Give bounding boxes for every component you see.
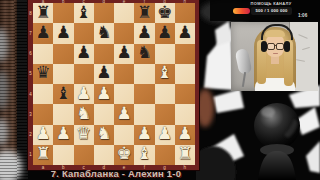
square-c5[interactable] — [74, 64, 94, 84]
white-bishop: ♝ — [157, 64, 172, 81]
black-queen: ♛ — [36, 64, 51, 81]
square-a3[interactable] — [33, 104, 53, 124]
microphone-stand — [242, 72, 246, 87]
square-a1[interactable]: ♜ — [33, 145, 53, 165]
white-pawn: ♟ — [157, 125, 172, 142]
square-b4[interactable]: ♝ — [53, 84, 73, 104]
chess-board: abcdefgh 87654321 ♜♝♜♚♟♟♞♟♟♟♟♟♞♛♟♝♝♟♟♞♟♟… — [28, 0, 199, 170]
square-h7[interactable]: ♟ — [175, 23, 195, 43]
webcam — [231, 22, 318, 91]
square-e8[interactable] — [114, 3, 134, 23]
square-a2[interactable]: ♟ — [33, 125, 53, 145]
white-pawn: ♟ — [177, 125, 192, 142]
square-b5[interactable] — [53, 64, 73, 84]
square-h6[interactable] — [175, 44, 195, 64]
square-d1[interactable] — [94, 145, 114, 165]
white-knight: ♞ — [76, 105, 91, 122]
square-g3[interactable] — [155, 104, 175, 124]
square-g8[interactable]: ♚ — [155, 3, 175, 23]
black-knight: ♞ — [137, 44, 152, 61]
stream-frame: abcdefgh 87654321 ♜♝♜♚♟♟♞♟♟♟♟♟♞♛♟♝♝♟♟♞♟♟… — [0, 0, 320, 180]
black-pawn: ♟ — [56, 24, 71, 41]
black-pawn: ♟ — [137, 24, 152, 41]
square-g1[interactable] — [155, 145, 175, 165]
white-rook: ♜ — [36, 145, 51, 162]
white-pawn: ♟ — [117, 105, 132, 122]
donation-amount: 500 / 1 000 000 — [251, 7, 292, 16]
square-e7[interactable] — [114, 23, 134, 43]
white-pawn: ♟ — [137, 125, 152, 142]
square-g4[interactable] — [155, 84, 175, 104]
square-c2[interactable]: ♛ — [74, 125, 94, 145]
left-wallpaper — [0, 0, 28, 180]
square-g2[interactable]: ♟ — [155, 125, 175, 145]
square-f5[interactable] — [134, 64, 154, 84]
black-bishop: ♝ — [76, 4, 91, 21]
square-e1[interactable]: ♚ — [114, 145, 134, 165]
white-pawn: ♟ — [36, 125, 51, 142]
glasses-lens — [276, 43, 284, 50]
black-rook: ♜ — [137, 4, 152, 21]
white-bishop: ♝ — [137, 145, 152, 162]
white-knight: ♞ — [96, 125, 111, 142]
square-f8[interactable]: ♜ — [134, 3, 154, 23]
black-rook: ♜ — [36, 4, 51, 21]
square-d3[interactable] — [94, 104, 114, 124]
square-d4[interactable]: ♟ — [94, 84, 114, 104]
square-b2[interactable]: ♟ — [53, 125, 73, 145]
black-knight: ♞ — [96, 24, 111, 41]
square-f2[interactable]: ♟ — [134, 125, 154, 145]
square-c4[interactable]: ♟ — [74, 84, 94, 104]
square-g6[interactable] — [155, 44, 175, 64]
wood-grain-texture — [0, 0, 28, 180]
square-h5[interactable] — [175, 64, 195, 84]
door-sketch — [302, 47, 310, 50]
square-c6[interactable]: ♟ — [74, 44, 94, 64]
white-rook: ♜ — [177, 145, 192, 162]
square-d8[interactable] — [94, 3, 114, 23]
square-e6[interactable]: ♟ — [114, 44, 134, 64]
white-queen: ♛ — [76, 125, 91, 142]
headphones-cup — [261, 41, 267, 52]
pawn-highlight — [261, 107, 275, 117]
square-h1[interactable]: ♜ — [175, 145, 195, 165]
square-e3[interactable]: ♟ — [114, 104, 134, 124]
white-pawn: ♟ — [56, 125, 71, 142]
square-g5[interactable]: ♝ — [155, 64, 175, 84]
wood-plank — [0, 0, 17, 163]
square-b7[interactable]: ♟ — [53, 23, 73, 43]
black-pawn: ♟ — [177, 24, 192, 41]
square-h3[interactable] — [175, 104, 195, 124]
headphones-cup — [284, 41, 290, 52]
square-h8[interactable] — [175, 3, 195, 23]
square-b3[interactable] — [53, 104, 73, 124]
white-pawn: ♟ — [76, 85, 91, 102]
glossy-pawn — [254, 103, 300, 180]
black-king: ♚ — [157, 4, 172, 21]
square-d2[interactable]: ♞ — [94, 125, 114, 145]
square-a8[interactable]: ♜ — [33, 3, 53, 23]
square-h4[interactable] — [175, 84, 195, 104]
square-e5[interactable] — [114, 64, 134, 84]
square-g7[interactable]: ♟ — [155, 23, 175, 43]
square-b8[interactable] — [53, 3, 73, 23]
square-c3[interactable]: ♞ — [74, 104, 94, 124]
donation-title: ПОМОЩЬ КАНАЛУ — [241, 1, 301, 6]
black-bishop: ♝ — [56, 85, 71, 102]
square-b1[interactable] — [53, 145, 73, 165]
board-squares: ♜♝♜♚♟♟♞♟♟♟♟♟♞♛♟♝♝♟♟♞♟♟♟♛♞♟♟♟♜♚♝♜ — [33, 3, 195, 165]
black-pawn: ♟ — [117, 44, 132, 61]
square-c8[interactable]: ♝ — [74, 3, 94, 23]
square-a4[interactable] — [33, 84, 53, 104]
square-f4[interactable] — [134, 84, 154, 104]
black-pawn: ♟ — [157, 24, 172, 41]
square-a7[interactable]: ♟ — [33, 23, 53, 43]
glasses-icon — [267, 43, 283, 48]
square-d5[interactable]: ♟ — [94, 64, 114, 84]
square-b6[interactable] — [53, 44, 73, 64]
white-king: ♚ — [117, 145, 132, 162]
square-e4[interactable] — [114, 84, 134, 104]
square-e2[interactable] — [114, 125, 134, 145]
square-c7[interactable] — [74, 23, 94, 43]
black-pawn: ♟ — [36, 24, 51, 41]
white-pawn: ♟ — [96, 85, 111, 102]
game-caption: 7. Капабланка - Алехин 1-0 — [30, 168, 202, 179]
black-pawn: ♟ — [96, 64, 111, 81]
black-pawn: ♟ — [76, 44, 91, 61]
glasses-bridge — [274, 45, 277, 46]
door-sketch — [298, 34, 308, 39]
square-d6[interactable] — [94, 44, 114, 64]
overlay-timer: 1:06 — [298, 13, 307, 18]
streamer-mouth — [273, 53, 278, 55]
square-d7[interactable]: ♞ — [94, 23, 114, 43]
door-sketch — [296, 59, 305, 62]
square-f7[interactable]: ♟ — [134, 23, 154, 43]
square-f1[interactable]: ♝ — [134, 145, 154, 165]
square-h2[interactable]: ♟ — [175, 125, 195, 145]
square-a5[interactable]: ♛ — [33, 64, 53, 84]
square-a6[interactable] — [33, 44, 53, 64]
square-f3[interactable] — [134, 104, 154, 124]
square-c1[interactable] — [74, 145, 94, 165]
donation-progress-bar — [233, 8, 250, 15]
square-f6[interactable]: ♞ — [134, 44, 154, 64]
